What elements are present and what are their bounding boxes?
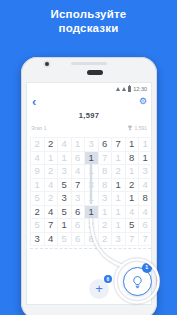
grid-cell-r5c6[interactable]: 3 [99, 192, 113, 206]
grid-cell-r7c6[interactable]: 2 [99, 219, 113, 233]
settings-gear-icon[interactable]: ⚙ [139, 97, 147, 106]
grid-cell-r1c9[interactable]: 1 [139, 138, 152, 152]
stage-label: Этап 1 [31, 125, 47, 131]
grid-cell-r5c4[interactable]: 3 [72, 192, 86, 206]
grid-cell-r4c7[interactable]: 1 [112, 179, 126, 193]
grid-cell-r4c5[interactable]: 3 [85, 179, 99, 193]
grid-cell-r4c6[interactable]: 8 [99, 179, 113, 193]
grid-cell-r4c3[interactable]: 5 [58, 179, 72, 193]
grid-cell-r1c4[interactable]: 1 [72, 138, 86, 152]
grid-cell-r4c2[interactable]: 4 [45, 179, 59, 193]
grid-cell-r8c5[interactable]: 8 [85, 233, 99, 247]
best-score-group: 1,591 [127, 125, 147, 131]
grid-cell-r6c2[interactable]: 4 [45, 206, 59, 220]
grid-cell-r7c4[interactable]: 6 [72, 219, 86, 233]
phone-mockup: 12:30 ‹ ⚙ 1,597 Этап 1 1,591 22413671141… [21, 57, 157, 315]
grid-cell-r1c2[interactable]: 2 [45, 138, 59, 152]
best-score: 1,591 [134, 125, 147, 131]
grid-cell-r5c3[interactable]: 3 [58, 192, 72, 206]
grid-cell-r8c1[interactable]: 3 [31, 233, 45, 247]
grid-cell-r6c5[interactable]: 1 [85, 206, 99, 220]
grid-cell-r2c6[interactable]: 7 [99, 152, 113, 166]
grid-cell-r8c3[interactable]: 5 [58, 233, 72, 247]
grid-cell-r8c2[interactable]: 4 [45, 233, 59, 247]
grid-cell-r6c1[interactable]: 2 [31, 206, 45, 220]
sub-header: Этап 1 1,591 [31, 125, 147, 131]
grid-cell-r1c6[interactable]: 6 [99, 138, 113, 152]
grid-cell-r5c9[interactable]: 8 [139, 192, 152, 206]
grid-cell-r3c2[interactable]: 2 [45, 165, 59, 179]
grid-cell-r7c2[interactable]: 7 [45, 219, 59, 233]
grid-cell-r8c7[interactable]: 3 [112, 233, 126, 247]
camera-dot [45, 62, 49, 66]
grid-cell-r1c3[interactable]: 4 [58, 138, 72, 152]
grid-cell-r4c8[interactable]: 2 [126, 179, 140, 193]
grid-cell-r6c7[interactable]: 1 [112, 206, 126, 220]
grid-cell-r8c4[interactable]: 6 [72, 233, 86, 247]
hint-badge: 1 [142, 263, 152, 273]
grid-cell-r4c4[interactable]: 7 [72, 179, 86, 193]
grid-cell-r7c5[interactable]: 2 [85, 219, 99, 233]
grid-cell-r7c9[interactable]: 6 [139, 219, 152, 233]
grid-cell-r2c5[interactable]: 1 [85, 152, 99, 166]
grid-end-dashed-line [30, 248, 151, 249]
wifi-icon [116, 87, 120, 91]
grid-cell-r1c8[interactable]: 1 [126, 138, 140, 152]
grid-cell-r6c3[interactable]: 5 [58, 206, 72, 220]
grid-cell-r2c4[interactable]: 6 [72, 152, 86, 166]
grid-cell-r6c8[interactable]: 4 [126, 206, 140, 220]
grid-cell-r3c4[interactable]: 4 [72, 165, 86, 179]
back-button[interactable]: ‹ [32, 95, 36, 108]
grid-cell-r5c2[interactable]: 2 [45, 192, 59, 206]
grid-cell-r8c8[interactable]: 7 [126, 233, 140, 247]
grid-cell-r6c4[interactable]: 6 [72, 206, 86, 220]
grid-cell-r2c3[interactable]: 1 [58, 152, 72, 166]
grid-cell-r8c9[interactable]: 7 [139, 233, 152, 247]
grid-cell-r2c9[interactable]: 1 [139, 152, 152, 166]
number-grid: 2241367114116171819234182131457381245233… [30, 137, 152, 246]
grid-cell-r7c8[interactable]: 5 [126, 219, 140, 233]
grid-cell-r1c7[interactable]: 7 [112, 138, 126, 152]
grid-cell-r2c7[interactable]: 1 [112, 152, 126, 166]
grid-cell-r3c8[interactable]: 1 [126, 165, 140, 179]
grid-cell-r5c1[interactable]: 5 [31, 192, 45, 206]
promo-screenshot: Используйте подсказки 12:30 ‹ ⚙ 1,597 Эт… [0, 0, 177, 315]
promo-title-line1: Используйте [0, 8, 177, 22]
grid-cell-r3c1[interactable]: 9 [31, 165, 45, 179]
game-screen: 12:30 ‹ ⚙ 1,597 Этап 1 1,591 22413671141… [26, 82, 152, 305]
status-time: 12:30 [133, 86, 147, 92]
grid-cell-r6c9[interactable]: 4 [139, 206, 152, 220]
status-bar: 12:30 [116, 85, 147, 93]
grid-cell-r3c3[interactable]: 3 [58, 165, 72, 179]
grid-cell-r3c7[interactable]: 2 [112, 165, 126, 179]
grid-cell-r4c1[interactable]: 1 [31, 179, 45, 193]
grid-cell-r2c2[interactable]: 1 [45, 152, 59, 166]
grid-cell-r1c1[interactable]: 2 [31, 138, 45, 152]
grid-cell-r3c6[interactable]: 8 [99, 165, 113, 179]
grid-cell-r4c9[interactable]: 4 [139, 179, 152, 193]
grid-cell-r7c3[interactable]: 1 [58, 219, 72, 233]
grid-cell-r1c5[interactable]: 3 [85, 138, 99, 152]
grid-cell-r2c8[interactable]: 8 [126, 152, 140, 166]
speaker [87, 70, 103, 75]
speaker-slot [71, 62, 107, 65]
grid-cell-r7c1[interactable]: 5 [31, 219, 45, 233]
lightbulb-icon [130, 274, 145, 289]
grid-cell-r5c5[interactable]: 1 [85, 192, 99, 206]
grid-cell-r5c8[interactable]: 1 [126, 192, 140, 206]
battery-icon [128, 86, 131, 92]
grid-cell-r7c7[interactable]: 1 [112, 219, 126, 233]
grid-cell-r3c5[interactable]: 1 [85, 165, 99, 179]
add-numbers-badge: 6 [104, 275, 112, 283]
grid-cell-r8c6[interactable]: 2 [99, 233, 113, 247]
trophy-icon [127, 125, 133, 131]
grid-cell-r3c9[interactable]: 3 [139, 165, 152, 179]
grid-cell-r6c6[interactable]: 1 [99, 206, 113, 220]
promo-title: Используйте подсказки [0, 8, 177, 35]
promo-title-line2: подсказки [0, 22, 177, 36]
grid-cell-r5c7[interactable]: 1 [112, 192, 126, 206]
grid-cell-r2c1[interactable]: 4 [31, 152, 45, 166]
current-score: 1,597 [26, 111, 152, 120]
signal-icon [122, 87, 126, 91]
